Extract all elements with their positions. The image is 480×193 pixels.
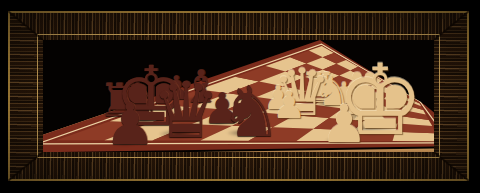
framed-chess-photo: ♟♝♜♟♞♟♛♝♞♜♟♝♚♟♚♞♛♟♟ xyxy=(0,0,480,193)
piece-dark-pawn[interactable]: ♟ xyxy=(104,96,156,152)
piece-dark-queen[interactable]: ♛ xyxy=(151,72,220,150)
piece-light-pawn[interactable]: ♟ xyxy=(320,98,367,151)
pieces-layer: ♟♝♜♟♞♟♛♝♞♜♟♝♚♟♚♞♛♟♟ xyxy=(43,40,434,152)
piece-dark-knight[interactable]: ♞ xyxy=(220,77,283,147)
photo-opening: ♟♝♜♟♞♟♛♝♞♜♟♝♚♟♚♞♛♟♟ xyxy=(43,40,434,152)
